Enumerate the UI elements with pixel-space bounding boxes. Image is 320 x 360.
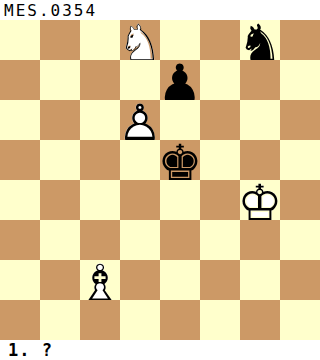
square-g7[interactable] xyxy=(240,60,280,100)
square-d3[interactable] xyxy=(120,220,160,260)
piece-fill: ♟ xyxy=(120,103,160,143)
square-h3[interactable] xyxy=(280,220,320,260)
piece-solid: ♟ xyxy=(160,63,200,103)
square-e8[interactable] xyxy=(160,20,200,60)
square-c7[interactable] xyxy=(80,60,120,100)
piece-outline: ♔ xyxy=(240,183,280,223)
square-e6[interactable] xyxy=(160,100,200,140)
square-h5[interactable] xyxy=(280,140,320,180)
square-b5[interactable] xyxy=(40,140,80,180)
square-d7[interactable] xyxy=(120,60,160,100)
square-g2[interactable] xyxy=(240,260,280,300)
diagram-title: MES.0354 xyxy=(4,1,97,20)
square-b2[interactable] xyxy=(40,260,80,300)
black-pawn: ♟ xyxy=(160,60,200,100)
white-pawn: ♟♙ xyxy=(120,100,160,140)
square-h6[interactable] xyxy=(280,100,320,140)
black-knight: ♞ xyxy=(240,20,280,60)
square-b4[interactable] xyxy=(40,180,80,220)
square-g6[interactable] xyxy=(240,100,280,140)
square-c5[interactable] xyxy=(80,140,120,180)
square-f1[interactable] xyxy=(200,300,240,340)
piece-fill: ♞ xyxy=(120,23,160,63)
piece-solid: ♚ xyxy=(160,143,200,183)
square-h7[interactable] xyxy=(280,60,320,100)
footer: 1. ? xyxy=(0,340,320,360)
square-h2[interactable] xyxy=(280,260,320,300)
square-c2[interactable]: ♝♗ xyxy=(80,260,120,300)
piece-fill: ♚ xyxy=(240,183,280,223)
square-g8[interactable]: ♞ xyxy=(240,20,280,60)
square-g4[interactable]: ♚♔ xyxy=(240,180,280,220)
square-d6[interactable]: ♟♙ xyxy=(120,100,160,140)
square-d8[interactable]: ♞♘ xyxy=(120,20,160,60)
white-knight: ♞♘ xyxy=(120,20,160,60)
square-d1[interactable] xyxy=(120,300,160,340)
square-h4[interactable] xyxy=(280,180,320,220)
square-f4[interactable] xyxy=(200,180,240,220)
square-e5[interactable]: ♚ xyxy=(160,140,200,180)
square-d2[interactable] xyxy=(120,260,160,300)
square-b3[interactable] xyxy=(40,220,80,260)
square-d5[interactable] xyxy=(120,140,160,180)
square-a2[interactable] xyxy=(0,260,40,300)
square-f6[interactable] xyxy=(200,100,240,140)
square-g5[interactable] xyxy=(240,140,280,180)
square-a1[interactable] xyxy=(0,300,40,340)
square-f7[interactable] xyxy=(200,60,240,100)
header: MES.0354 xyxy=(0,0,320,20)
square-c4[interactable] xyxy=(80,180,120,220)
square-b7[interactable] xyxy=(40,60,80,100)
square-h8[interactable] xyxy=(280,20,320,60)
chess-diagram: MES.0354 ♞♘♞♟♟♙♚♚♔♝♗ 1. ? xyxy=(0,0,320,360)
square-f2[interactable] xyxy=(200,260,240,300)
square-d4[interactable] xyxy=(120,180,160,220)
square-a8[interactable] xyxy=(0,20,40,60)
square-g3[interactable] xyxy=(240,220,280,260)
piece-outline: ♘ xyxy=(120,23,160,63)
square-f8[interactable] xyxy=(200,20,240,60)
move-prompt: 1. ? xyxy=(8,340,53,360)
square-b8[interactable] xyxy=(40,20,80,60)
square-c6[interactable] xyxy=(80,100,120,140)
square-a3[interactable] xyxy=(0,220,40,260)
square-c1[interactable] xyxy=(80,300,120,340)
square-f5[interactable] xyxy=(200,140,240,180)
white-bishop: ♝♗ xyxy=(80,260,120,300)
square-a4[interactable] xyxy=(0,180,40,220)
square-e2[interactable] xyxy=(160,260,200,300)
square-e3[interactable] xyxy=(160,220,200,260)
square-c8[interactable] xyxy=(80,20,120,60)
square-f3[interactable] xyxy=(200,220,240,260)
square-a5[interactable] xyxy=(0,140,40,180)
chess-board: ♞♘♞♟♟♙♚♚♔♝♗ xyxy=(0,20,320,340)
square-e7[interactable]: ♟ xyxy=(160,60,200,100)
white-king: ♚♔ xyxy=(240,180,280,220)
square-e4[interactable] xyxy=(160,180,200,220)
square-c3[interactable] xyxy=(80,220,120,260)
piece-fill: ♝ xyxy=(80,263,120,303)
piece-solid: ♞ xyxy=(240,23,280,63)
black-king: ♚ xyxy=(160,140,200,180)
square-a7[interactable] xyxy=(0,60,40,100)
square-e1[interactable] xyxy=(160,300,200,340)
piece-outline: ♙ xyxy=(120,103,160,143)
square-b1[interactable] xyxy=(40,300,80,340)
square-h1[interactable] xyxy=(280,300,320,340)
piece-outline: ♗ xyxy=(80,263,120,303)
square-b6[interactable] xyxy=(40,100,80,140)
square-g1[interactable] xyxy=(240,300,280,340)
square-a6[interactable] xyxy=(0,100,40,140)
